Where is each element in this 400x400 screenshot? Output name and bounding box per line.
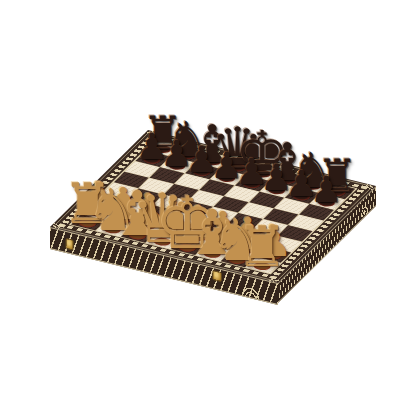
product-photo-scene: ♜♞♝♛♚♝♞♜♟♟♟♟♟♟♟♟♟♟♟♟♟♟♟♟♜♞♝♛♚♝♞♜: [0, 0, 400, 400]
square-h1: ♜: [245, 257, 280, 273]
piece-black-pawn-h7: ♟: [310, 172, 342, 208]
brass-hinge-icon: [66, 238, 74, 251]
piece-white-rook-h1: ♜: [237, 219, 287, 275]
